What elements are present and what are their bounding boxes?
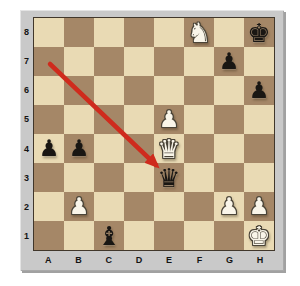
rank-label-1: 1 bbox=[20, 222, 33, 251]
piece-black-pawn[interactable]: ♟ bbox=[39, 137, 60, 160]
square-e2[interactable] bbox=[154, 192, 184, 221]
square-e3[interactable]: ♛ bbox=[154, 163, 184, 192]
board-frame: 87654321 ♞♚♟♟♟♟♟♛♛♟♟♟♝♚ ABCDEFGH bbox=[20, 10, 284, 271]
piece-black-bishop[interactable]: ♝ bbox=[97, 223, 120, 249]
square-g2[interactable]: ♟ bbox=[214, 192, 244, 221]
rank-label-6: 6 bbox=[20, 76, 33, 105]
square-b8[interactable] bbox=[64, 18, 94, 47]
file-labels: ABCDEFGH bbox=[33, 251, 275, 269]
square-c7[interactable] bbox=[94, 47, 124, 76]
square-g4[interactable] bbox=[214, 134, 244, 163]
square-g5[interactable] bbox=[214, 105, 244, 134]
square-e8[interactable] bbox=[154, 18, 184, 47]
square-h5[interactable] bbox=[244, 105, 274, 134]
square-d2[interactable] bbox=[124, 192, 154, 221]
file-label-c: C bbox=[94, 251, 124, 269]
piece-black-king[interactable]: ♚ bbox=[247, 20, 270, 46]
square-b4[interactable]: ♟ bbox=[64, 134, 94, 163]
piece-black-queen[interactable]: ♛ bbox=[157, 165, 180, 191]
square-d8[interactable] bbox=[124, 18, 154, 47]
square-f7[interactable] bbox=[184, 47, 214, 76]
square-e5[interactable]: ♟ bbox=[154, 105, 184, 134]
piece-white-queen[interactable]: ♛ bbox=[157, 136, 180, 162]
square-f2[interactable] bbox=[184, 192, 214, 221]
square-b1[interactable] bbox=[64, 221, 94, 250]
file-label-e: E bbox=[154, 251, 184, 269]
piece-white-knight[interactable]: ♞ bbox=[187, 19, 211, 46]
square-a6[interactable] bbox=[34, 76, 64, 105]
chess-diagram: 87654321 ♞♚♟♟♟♟♟♛♛♟♟♟♝♚ ABCDEFGH bbox=[0, 0, 300, 286]
square-d5[interactable] bbox=[124, 105, 154, 134]
file-label-a: A bbox=[33, 251, 63, 269]
square-a5[interactable] bbox=[34, 105, 64, 134]
square-d3[interactable] bbox=[124, 163, 154, 192]
square-g3[interactable] bbox=[214, 163, 244, 192]
square-h8[interactable]: ♚ bbox=[244, 18, 274, 47]
square-b3[interactable] bbox=[64, 163, 94, 192]
rank-label-5: 5 bbox=[20, 105, 33, 134]
square-d1[interactable] bbox=[124, 221, 154, 250]
square-a1[interactable] bbox=[34, 221, 64, 250]
square-b5[interactable] bbox=[64, 105, 94, 134]
square-g1[interactable] bbox=[214, 221, 244, 250]
square-a4[interactable]: ♟ bbox=[34, 134, 64, 163]
piece-black-pawn[interactable]: ♟ bbox=[69, 137, 90, 160]
chess-board[interactable]: ♞♚♟♟♟♟♟♛♛♟♟♟♝♚ bbox=[33, 17, 275, 251]
square-h1[interactable]: ♚ bbox=[244, 221, 274, 250]
square-d4[interactable] bbox=[124, 134, 154, 163]
square-a2[interactable] bbox=[34, 192, 64, 221]
rank-labels: 87654321 bbox=[20, 17, 33, 251]
square-h4[interactable] bbox=[244, 134, 274, 163]
rank-label-4: 4 bbox=[20, 134, 33, 163]
square-e4[interactable]: ♛ bbox=[154, 134, 184, 163]
piece-white-pawn[interactable]: ♟ bbox=[249, 195, 270, 218]
file-label-h: H bbox=[245, 251, 275, 269]
square-c3[interactable] bbox=[94, 163, 124, 192]
square-e6[interactable] bbox=[154, 76, 184, 105]
file-label-g: G bbox=[215, 251, 245, 269]
square-b2[interactable]: ♟ bbox=[64, 192, 94, 221]
piece-white-pawn[interactable]: ♟ bbox=[69, 195, 90, 218]
square-e1[interactable] bbox=[154, 221, 184, 250]
rank-label-3: 3 bbox=[20, 163, 33, 192]
square-c4[interactable] bbox=[94, 134, 124, 163]
rank-label-2: 2 bbox=[20, 193, 33, 222]
piece-white-pawn[interactable]: ♟ bbox=[159, 108, 180, 131]
square-h6[interactable]: ♟ bbox=[244, 76, 274, 105]
rank-label-8: 8 bbox=[20, 17, 33, 46]
square-f4[interactable] bbox=[184, 134, 214, 163]
piece-black-pawn[interactable]: ♟ bbox=[219, 50, 240, 73]
piece-white-king[interactable]: ♚ bbox=[247, 223, 270, 249]
square-a3[interactable] bbox=[34, 163, 64, 192]
file-label-d: D bbox=[124, 251, 154, 269]
file-label-f: F bbox=[184, 251, 214, 269]
square-c6[interactable] bbox=[94, 76, 124, 105]
square-c8[interactable] bbox=[94, 18, 124, 47]
square-h7[interactable] bbox=[244, 47, 274, 76]
square-g7[interactable]: ♟ bbox=[214, 47, 244, 76]
square-g6[interactable] bbox=[214, 76, 244, 105]
square-d6[interactable] bbox=[124, 76, 154, 105]
square-f3[interactable] bbox=[184, 163, 214, 192]
piece-black-pawn[interactable]: ♟ bbox=[249, 79, 270, 102]
rank-label-7: 7 bbox=[20, 46, 33, 75]
square-c2[interactable] bbox=[94, 192, 124, 221]
square-b7[interactable] bbox=[64, 47, 94, 76]
piece-white-pawn[interactable]: ♟ bbox=[219, 195, 240, 218]
square-f1[interactable] bbox=[184, 221, 214, 250]
file-label-b: B bbox=[63, 251, 93, 269]
square-h2[interactable]: ♟ bbox=[244, 192, 274, 221]
square-e7[interactable] bbox=[154, 47, 184, 76]
square-b6[interactable] bbox=[64, 76, 94, 105]
square-d7[interactable] bbox=[124, 47, 154, 76]
square-a7[interactable] bbox=[34, 47, 64, 76]
square-g8[interactable] bbox=[214, 18, 244, 47]
square-h3[interactable] bbox=[244, 163, 274, 192]
square-f8[interactable]: ♞ bbox=[184, 18, 214, 47]
square-f6[interactable] bbox=[184, 76, 214, 105]
square-c1[interactable]: ♝ bbox=[94, 221, 124, 250]
square-f5[interactable] bbox=[184, 105, 214, 134]
square-c5[interactable] bbox=[94, 105, 124, 134]
square-a8[interactable] bbox=[34, 18, 64, 47]
